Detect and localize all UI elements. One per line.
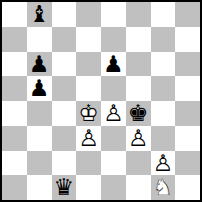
square-g4[interactable] xyxy=(151,101,176,126)
square-f1[interactable] xyxy=(126,175,151,200)
square-a4[interactable] xyxy=(2,101,27,126)
piece-glyph-solid: ♟ xyxy=(27,52,52,77)
square-a3[interactable] xyxy=(2,126,27,151)
piece-white-king[interactable]: ♚♔ xyxy=(76,101,101,126)
piece-black-pawn[interactable]: ♟ xyxy=(27,76,52,101)
square-e6[interactable]: ♟ xyxy=(101,52,126,77)
square-g2[interactable]: ♟♙ xyxy=(151,151,176,176)
square-a7[interactable] xyxy=(2,27,27,52)
piece-white-pawn[interactable]: ♟♙ xyxy=(101,101,126,126)
piece-black-king[interactable]: ♚ xyxy=(126,101,151,126)
square-e3[interactable] xyxy=(101,126,126,151)
square-d3[interactable]: ♟♙ xyxy=(76,126,101,151)
piece-glyph-outline: ♙ xyxy=(151,151,176,176)
square-d4[interactable]: ♚♔ xyxy=(76,101,101,126)
square-b2[interactable] xyxy=(27,151,52,176)
square-h7[interactable] xyxy=(175,27,200,52)
piece-white-pawn[interactable]: ♟♙ xyxy=(76,126,101,151)
piece-glyph-solid: ♟ xyxy=(27,76,52,101)
square-d5[interactable] xyxy=(76,76,101,101)
piece-glyph-outline: ♙ xyxy=(76,126,101,151)
square-f4[interactable]: ♚ xyxy=(126,101,151,126)
square-b5[interactable]: ♟ xyxy=(27,76,52,101)
square-a2[interactable] xyxy=(2,151,27,176)
piece-glyph-solid: ♟ xyxy=(101,52,126,77)
square-f5[interactable] xyxy=(126,76,151,101)
square-g7[interactable] xyxy=(151,27,176,52)
square-a8[interactable] xyxy=(2,2,27,27)
piece-black-queen[interactable]: ♛ xyxy=(52,175,77,200)
square-e1[interactable] xyxy=(101,175,126,200)
square-f3[interactable]: ♟♙ xyxy=(126,126,151,151)
square-d6[interactable] xyxy=(76,52,101,77)
piece-black-pawn[interactable]: ♟ xyxy=(101,52,126,77)
square-d2[interactable] xyxy=(76,151,101,176)
square-h3[interactable] xyxy=(175,126,200,151)
square-c2[interactable] xyxy=(52,151,77,176)
piece-white-knight[interactable]: ♞♘ xyxy=(151,175,176,200)
square-c6[interactable] xyxy=(52,52,77,77)
piece-black-pawn[interactable]: ♟ xyxy=(27,52,52,77)
piece-glyph-outline: ♘ xyxy=(151,175,176,200)
square-c7[interactable] xyxy=(52,27,77,52)
chess-board: ♝♟♟♟♚♔♟♙♚♟♙♟♙♟♙♛♞♘ xyxy=(0,0,202,202)
piece-glyph-outline: ♔ xyxy=(76,101,101,126)
piece-white-pawn[interactable]: ♟♙ xyxy=(126,126,151,151)
square-d7[interactable] xyxy=(76,27,101,52)
piece-glyph-solid: ♝ xyxy=(27,2,52,27)
square-e5[interactable] xyxy=(101,76,126,101)
square-c1[interactable]: ♛ xyxy=(52,175,77,200)
square-h5[interactable] xyxy=(175,76,200,101)
square-h1[interactable] xyxy=(175,175,200,200)
square-g5[interactable] xyxy=(151,76,176,101)
square-b4[interactable] xyxy=(27,101,52,126)
square-c5[interactable] xyxy=(52,76,77,101)
square-g3[interactable] xyxy=(151,126,176,151)
square-b1[interactable] xyxy=(27,175,52,200)
square-b3[interactable] xyxy=(27,126,52,151)
square-f6[interactable] xyxy=(126,52,151,77)
piece-glyph-outline: ♙ xyxy=(101,101,126,126)
square-e2[interactable] xyxy=(101,151,126,176)
square-d1[interactable] xyxy=(76,175,101,200)
square-e7[interactable] xyxy=(101,27,126,52)
square-b6[interactable]: ♟ xyxy=(27,52,52,77)
square-h4[interactable] xyxy=(175,101,200,126)
square-d8[interactable] xyxy=(76,2,101,27)
square-f7[interactable] xyxy=(126,27,151,52)
square-h2[interactable] xyxy=(175,151,200,176)
square-b7[interactable] xyxy=(27,27,52,52)
square-g6[interactable] xyxy=(151,52,176,77)
square-h8[interactable] xyxy=(175,2,200,27)
piece-glyph-solid: ♚ xyxy=(126,101,151,126)
square-c3[interactable] xyxy=(52,126,77,151)
square-a1[interactable] xyxy=(2,175,27,200)
square-h6[interactable] xyxy=(175,52,200,77)
piece-glyph-outline: ♙ xyxy=(126,126,151,151)
square-e8[interactable] xyxy=(101,2,126,27)
square-c8[interactable] xyxy=(52,2,77,27)
square-g1[interactable]: ♞♘ xyxy=(151,175,176,200)
piece-glyph-solid: ♛ xyxy=(52,175,77,200)
square-f8[interactable] xyxy=(126,2,151,27)
piece-black-bishop[interactable]: ♝ xyxy=(27,2,52,27)
square-c4[interactable] xyxy=(52,101,77,126)
square-b8[interactable]: ♝ xyxy=(27,2,52,27)
square-a6[interactable] xyxy=(2,52,27,77)
square-f2[interactable] xyxy=(126,151,151,176)
square-e4[interactable]: ♟♙ xyxy=(101,101,126,126)
square-g8[interactable] xyxy=(151,2,176,27)
piece-white-pawn[interactable]: ♟♙ xyxy=(151,151,176,176)
square-a5[interactable] xyxy=(2,76,27,101)
